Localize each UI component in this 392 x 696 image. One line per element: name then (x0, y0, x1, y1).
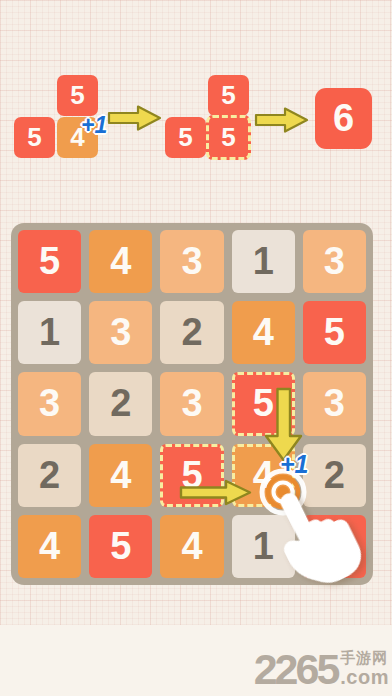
watermark-number: 2265 (254, 653, 338, 687)
game-screen: 5 5 4 +1 5 5 5 6 54313132453235324542454… (0, 0, 392, 696)
tile-r1c1-value-5[interactable]: 5 (18, 230, 81, 293)
tutorial-middle-top-tile: 5 (208, 75, 249, 116)
tutorial-before-left-tile: 5 (14, 117, 55, 158)
tile-r2c1-value-1[interactable]: 1 (18, 301, 81, 364)
tile-r2c3-value-2[interactable]: 2 (160, 301, 223, 364)
tile-r5c3-value-4[interactable]: 4 (160, 515, 223, 578)
arrow-right-icon (254, 106, 310, 134)
tile-r5c1-value-4[interactable]: 4 (18, 515, 81, 578)
tile-r3c5-value-3[interactable]: 3 (303, 372, 366, 435)
watermark: 2265 手游网 .com (254, 650, 389, 687)
tile-r4c1-value-2[interactable]: 2 (18, 444, 81, 507)
tile-r5c2-value-5[interactable]: 5 (89, 515, 152, 578)
arrow-right-icon (107, 104, 163, 132)
tile-r2c5-value-5[interactable]: 5 (303, 301, 366, 364)
watermark-cn-text: 手游网 (340, 650, 389, 665)
tile-r3c1-value-3[interactable]: 3 (18, 372, 81, 435)
tile-r1c4-value-1[interactable]: 1 (232, 230, 295, 293)
tutorial-before-top-tile: 5 (57, 75, 98, 116)
tutorial-result-tile: 6 (315, 88, 372, 149)
tile-r2c4-value-4[interactable]: 4 (232, 301, 295, 364)
tile-r2c2-value-3[interactable]: 3 (89, 301, 152, 364)
tile-r4c2-value-4[interactable]: 4 (89, 444, 152, 507)
tile-r1c5-value-3[interactable]: 3 (303, 230, 366, 293)
watermark-com-text: .com (340, 667, 389, 687)
tutorial-hint: 5 5 4 +1 5 5 5 6 (0, 0, 392, 200)
tutorial-middle-merged-tile: 5 (206, 115, 251, 160)
tile-r1c3-value-3[interactable]: 3 (160, 230, 223, 293)
tap-hand-icon (241, 477, 371, 589)
tile-r3c3-value-3[interactable]: 3 (160, 372, 223, 435)
tile-r3c2-value-2[interactable]: 2 (89, 372, 152, 435)
plus-one-badge: +1 (280, 452, 309, 477)
tutorial-middle-left-tile: 5 (165, 117, 206, 158)
tutorial-plus-one-badge: +1 (81, 114, 107, 137)
tile-r1c2-value-4[interactable]: 4 (89, 230, 152, 293)
